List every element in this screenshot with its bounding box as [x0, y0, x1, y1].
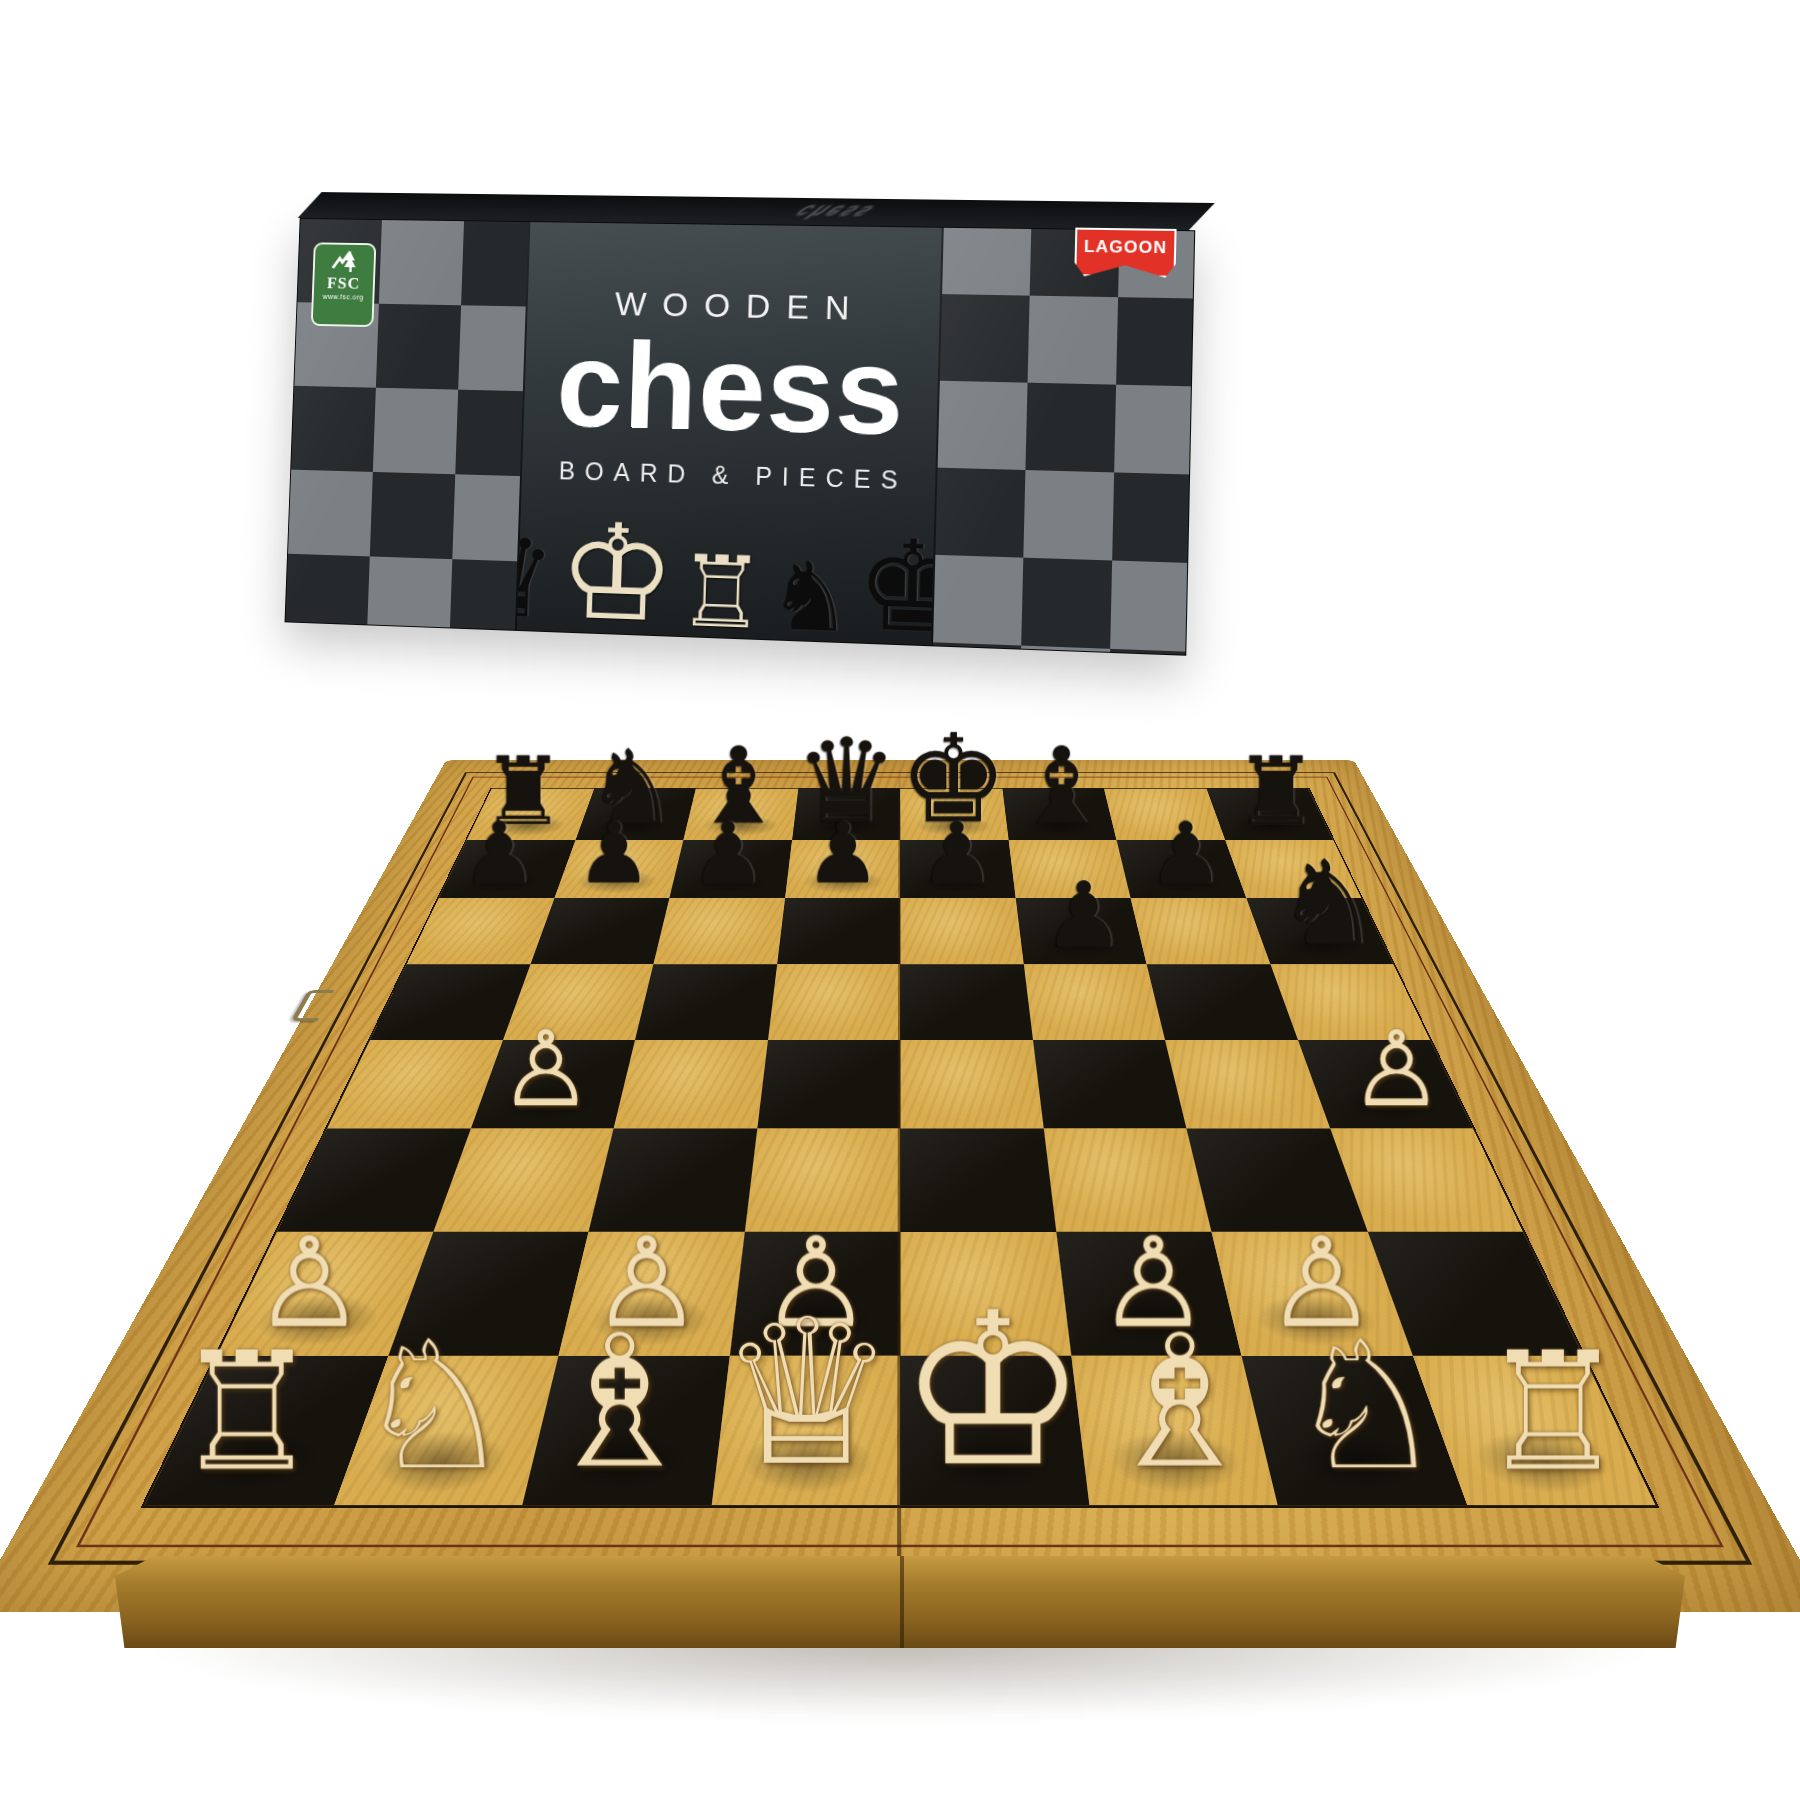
piece-black-knight[interactable]: ♞ [1276, 851, 1380, 956]
square-c7[interactable]: ♟ [669, 840, 791, 898]
fsc-url: www.fsc.org [314, 293, 373, 301]
square-e3[interactable] [900, 1128, 1056, 1232]
square-e4[interactable] [900, 1040, 1043, 1128]
box-artwork: ♙♛♔♖♞♚♘ [517, 484, 935, 645]
piece-white-queen[interactable]: ♕ [717, 1304, 897, 1485]
box-art-piece: ♞ [767, 552, 854, 642]
fsc-tree-icon [330, 248, 359, 274]
piece-black-bishop[interactable]: ♝ [1014, 739, 1109, 834]
square-e1[interactable]: ♔ [900, 1355, 1089, 1505]
square-g1[interactable]: ♘ [1241, 1355, 1466, 1505]
square-f5[interactable] [1023, 964, 1165, 1040]
square-h4[interactable]: ♙ [1298, 1040, 1473, 1128]
square-c1[interactable]: ♗ [522, 1355, 729, 1505]
square-a7[interactable]: ♟ [439, 840, 575, 898]
box-title: chess [555, 324, 907, 454]
box-art-piece: ♔ [557, 511, 677, 636]
box-art-piece: ♖ [676, 545, 766, 639]
board-front-edge [115, 1556, 1685, 1648]
fsc-logo: FSC www.fsc.org [311, 242, 377, 327]
box-checker-right [933, 228, 1194, 655]
square-d4[interactable] [757, 1040, 900, 1128]
square-h8[interactable]: ♜ [1206, 789, 1333, 840]
fsc-label: FSC [314, 273, 373, 293]
product-box-wrap: chess WOODEN chess BOARD & PIECES ♙♛♔♖♞♚… [278, 196, 1183, 638]
square-d5[interactable] [768, 964, 901, 1040]
square-d1[interactable]: ♕ [711, 1355, 900, 1505]
piece-white-rook[interactable]: ♖ [1479, 1339, 1625, 1486]
square-f8[interactable]: ♝ [1002, 789, 1116, 840]
square-c6[interactable] [653, 898, 784, 964]
piece-white-rook[interactable]: ♖ [174, 1339, 320, 1486]
page-root: { "game": "chess", "scene": "wooden fold… [0, 0, 1800, 1800]
square-e5[interactable] [900, 964, 1033, 1040]
piece-white-pawn[interactable]: ♙ [1349, 1022, 1443, 1116]
product-box: chess WOODEN chess BOARD & PIECES ♙♛♔♖♞♚… [284, 192, 1195, 656]
square-g7[interactable]: ♟ [1117, 840, 1246, 898]
piece-white-king[interactable]: ♔ [899, 1295, 1088, 1485]
square-c5[interactable] [635, 964, 777, 1040]
square-c4[interactable] [614, 1040, 768, 1128]
square-e6[interactable] [900, 898, 1023, 964]
square-f1[interactable]: ♗ [1071, 1355, 1278, 1505]
piece-white-pawn[interactable]: ♙ [498, 1022, 592, 1116]
piece-black-pawn[interactable]: ♟ [1043, 874, 1124, 955]
piece-black-rook[interactable]: ♜ [1234, 749, 1318, 834]
piece-white-knight[interactable]: ♘ [354, 1326, 513, 1486]
box-center-panel: WOODEN chess BOARD & PIECES ♙♛♔♖♞♚♘ [515, 222, 944, 645]
box-lid-text: chess [783, 200, 884, 223]
square-f4[interactable] [1033, 1040, 1187, 1128]
piece-black-pawn[interactable]: ♟ [1148, 815, 1224, 891]
piece-white-bishop[interactable]: ♗ [538, 1321, 702, 1486]
box-art-piece: ♛ [517, 524, 557, 631]
box-art-piece: ♚ [855, 527, 936, 645]
piece-white-bishop[interactable]: ♗ [1098, 1321, 1262, 1486]
box-front: WOODEN chess BOARD & PIECES ♙♛♔♖♞♚♘ [284, 218, 1195, 656]
square-b1[interactable]: ♘ [334, 1355, 559, 1505]
square-d7[interactable]: ♟ [785, 840, 900, 898]
square-b7[interactable]: ♟ [554, 840, 683, 898]
square-b6[interactable] [530, 898, 669, 964]
chess-board: ♜♞♝♛♚♝♜♟♟♟♟♟♟♟♞♙♙♙♙♙♙♙♖♘♗♕♔♗♘♖ [0, 760, 1800, 1611]
piece-white-knight[interactable]: ♘ [1287, 1326, 1446, 1486]
piece-black-pawn[interactable]: ♟ [576, 815, 652, 891]
square-d6[interactable] [777, 898, 900, 964]
square-a6[interactable] [407, 898, 554, 964]
piece-black-pawn[interactable]: ♟ [919, 815, 995, 891]
square-e7[interactable]: ♟ [900, 840, 1015, 898]
square-h6[interactable]: ♞ [1246, 898, 1393, 964]
square-f6[interactable]: ♟ [1015, 898, 1146, 964]
piece-black-pawn[interactable]: ♟ [805, 815, 881, 891]
piece-black-pawn[interactable]: ♟ [462, 815, 538, 891]
board-clasp-hook-icon [291, 990, 334, 1021]
piece-black-pawn[interactable]: ♟ [690, 815, 766, 891]
